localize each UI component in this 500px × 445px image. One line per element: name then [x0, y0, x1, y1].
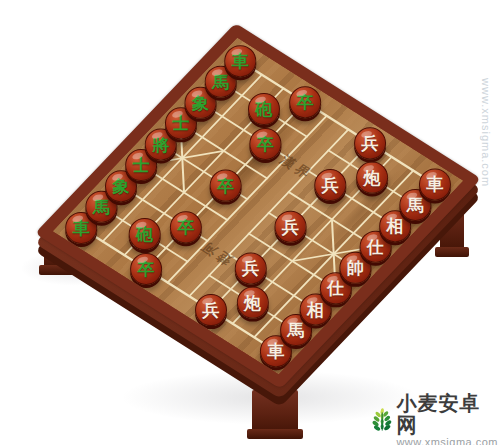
piece-glyph: 卒 — [217, 177, 234, 194]
piece-glyph: 仕 — [367, 238, 384, 255]
board-cell: 卒 — [165, 210, 207, 245]
piece-red-soldier[interactable]: 兵 — [354, 127, 386, 159]
piece-glyph: 車 — [267, 343, 284, 360]
piece-black-soldier[interactable]: 卒 — [130, 253, 162, 285]
watermark-side-text: www.xmsigma.com — [480, 78, 492, 258]
piece-glyph: 相 — [307, 301, 324, 318]
piece-black-soldier[interactable]: 卒 — [289, 86, 321, 118]
piece-glyph: 馬 — [406, 197, 423, 214]
piece-glyph: 卒 — [297, 94, 314, 111]
piece-glyph: 相 — [387, 217, 404, 234]
piece-glyph: 將 — [152, 136, 169, 153]
piece-glyph: 象 — [192, 94, 209, 111]
piece-black-soldier[interactable]: 卒 — [250, 128, 282, 160]
piece-black-soldier[interactable]: 卒 — [170, 211, 202, 243]
piece-glyph: 車 — [232, 52, 249, 69]
wheat-icon — [371, 397, 393, 443]
site-logo-url: www.xmsigma.com — [396, 436, 498, 445]
piece-red-soldier[interactable]: 兵 — [314, 169, 346, 201]
piece-glyph: 車 — [426, 176, 443, 193]
board-cell: 兵 — [309, 168, 351, 203]
piece-grid: 車馬象士將士象馬車砲砲卒卒卒卒卒兵兵兵兵兵炮炮車馬相仕帥仕相馬車 — [60, 44, 455, 369]
piece-glyph: 炮 — [363, 169, 380, 186]
piece-glyph: 兵 — [242, 260, 259, 277]
piece-red-soldier[interactable]: 兵 — [235, 252, 267, 284]
piece-red-cannon[interactable]: 炮 — [356, 162, 388, 194]
table-leg-foot — [435, 247, 469, 257]
table-leg-foot — [247, 429, 303, 439]
piece-glyph: 卒 — [257, 135, 274, 152]
piece-glyph: 砲 — [255, 101, 272, 118]
piece-glyph: 車 — [73, 219, 90, 236]
piece-glyph: 兵 — [322, 176, 339, 193]
piece-black-chariot[interactable]: 車 — [224, 45, 256, 77]
piece-red-soldier[interactable]: 兵 — [195, 294, 227, 326]
piece-glyph: 象 — [112, 178, 129, 195]
piece-black-cannon[interactable]: 砲 — [248, 93, 280, 125]
piece-glyph: 卒 — [138, 260, 155, 277]
piece-glyph: 兵 — [282, 218, 299, 235]
piece-glyph: 馬 — [212, 73, 229, 90]
piece-glyph: 卒 — [177, 219, 194, 236]
board-cell: 卒 — [245, 126, 287, 161]
board-cell: 卒 — [205, 168, 247, 203]
piece-glyph: 帥 — [347, 259, 364, 276]
piece-glyph: 兵 — [202, 301, 219, 318]
piece-glyph: 馬 — [287, 322, 304, 339]
board-cell: 砲 — [124, 217, 166, 252]
piece-glyph: 砲 — [136, 226, 153, 243]
piece-red-cannon[interactable]: 炮 — [237, 287, 269, 319]
piece-glyph: 馬 — [93, 198, 110, 215]
board-cell: 兵 — [270, 209, 312, 244]
piece-black-cannon[interactable]: 砲 — [129, 218, 161, 250]
piece-glyph: 仕 — [327, 280, 344, 297]
piece-red-chariot[interactable]: 車 — [419, 168, 451, 200]
piece-glyph: 兵 — [361, 135, 378, 152]
xiangqi-board: 楚河 漢界 車馬象士將士象馬車砲砲卒卒卒卒卒兵兵兵兵兵炮炮車馬相仕帥仕相馬車 — [35, 23, 481, 389]
photo-scene: 楚河 漢界 車馬象士將士象馬車砲砲卒卒卒卒卒兵兵兵兵兵炮炮車馬相仕帥仕相馬車 w… — [0, 0, 500, 445]
board-cell: 砲 — [243, 92, 285, 127]
board-cell: 炮 — [351, 160, 393, 195]
piece-black-soldier[interactable]: 卒 — [210, 169, 242, 201]
board-cell: 兵 — [230, 251, 272, 286]
site-logo-title: 小麦安卓网 — [396, 392, 498, 436]
site-logo: 小麦安卓网 www.xmsigma.com — [371, 397, 498, 443]
piece-red-soldier[interactable]: 兵 — [275, 211, 307, 243]
board-cell: 炮 — [232, 286, 274, 321]
piece-glyph: 士 — [172, 115, 189, 132]
piece-glyph: 士 — [132, 157, 149, 174]
piece-glyph: 炮 — [244, 294, 261, 311]
board-surface: 楚河 漢界 車馬象士將士象馬車砲砲卒卒卒卒卒兵兵兵兵兵炮炮車馬相仕帥仕相馬車 — [53, 38, 463, 374]
